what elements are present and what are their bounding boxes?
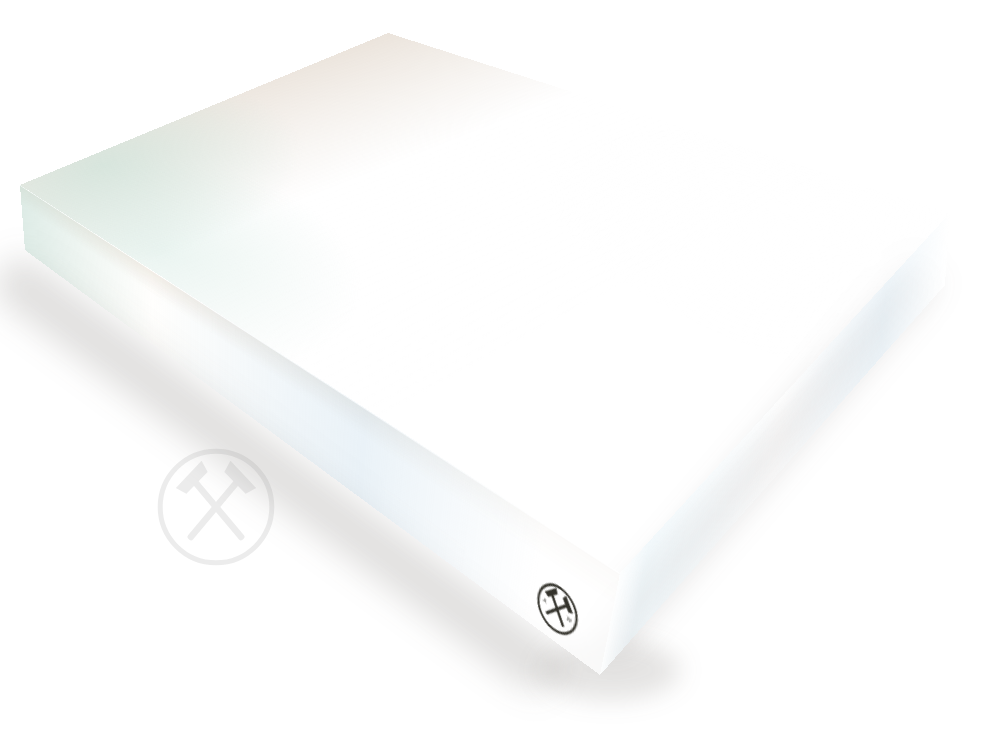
- logo-text: [586, 628, 588, 636]
- logo-stamp: A W: [532, 571, 593, 655]
- logo-brand-name: [587, 628, 588, 632]
- watermark: [154, 445, 278, 569]
- crossed-hammers-in-circle-icon: A W: [532, 571, 584, 649]
- logo-letter-w: W: [566, 614, 573, 625]
- crossed-hammers-in-circle-icon: [154, 445, 278, 569]
- cutting-board-photo: A W: [0, 0, 1000, 750]
- logo-brand-sub: [586, 633, 587, 637]
- logo-letter-a: A: [542, 596, 548, 607]
